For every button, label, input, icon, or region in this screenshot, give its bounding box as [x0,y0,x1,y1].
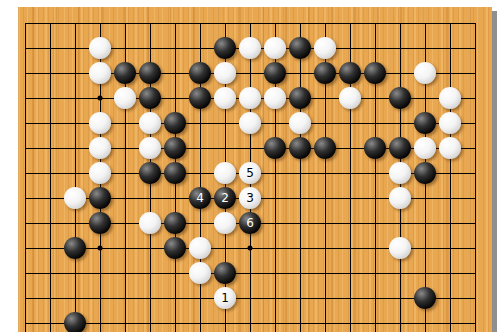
stone-white[interactable] [439,112,461,134]
stone-black[interactable] [164,137,186,159]
grid-line-vertical [25,23,26,332]
stone-white[interactable] [89,37,111,59]
grid-line-vertical [75,23,76,332]
stone-white[interactable] [89,62,111,84]
stone-black[interactable] [314,137,336,159]
stone-white[interactable] [239,87,261,109]
star-point [248,246,253,251]
stone-white[interactable] [189,237,211,259]
stone-black[interactable] [414,287,436,309]
grid-line-horizontal [25,323,476,324]
stone-white[interactable] [64,187,86,209]
stone-white[interactable] [214,162,236,184]
stone-white[interactable] [114,87,136,109]
stone-white[interactable] [214,62,236,84]
stone-white[interactable] [414,62,436,84]
stone-white[interactable] [139,137,161,159]
stone-black-move-2[interactable]: 2 [214,187,236,209]
stone-black-move-6[interactable]: 6 [239,212,261,234]
stone-black[interactable] [264,62,286,84]
stone-black[interactable] [364,62,386,84]
stone-black[interactable] [264,137,286,159]
stone-black[interactable] [89,212,111,234]
stone-white[interactable] [239,112,261,134]
stone-black[interactable] [114,62,136,84]
stone-white[interactable] [89,162,111,184]
stone-white[interactable] [389,237,411,259]
stone-black[interactable] [89,187,111,209]
stone-black[interactable] [64,312,86,332]
stone-white[interactable] [139,112,161,134]
screenshot-root: 542361 [0,0,500,332]
stone-white-move-1[interactable]: 1 [214,287,236,309]
stone-black[interactable] [339,62,361,84]
stone-black[interactable] [389,137,411,159]
stone-white[interactable] [214,212,236,234]
grid-line-vertical [475,23,476,332]
stone-white[interactable] [414,137,436,159]
stone-black[interactable] [364,137,386,159]
grid-line-vertical [450,23,451,332]
grid-line-vertical [50,23,51,332]
stone-black[interactable] [289,137,311,159]
stone-white[interactable] [89,137,111,159]
grid-line-horizontal [25,273,476,274]
grid-line-horizontal [25,23,476,24]
stone-white[interactable] [339,87,361,109]
stone-black[interactable] [414,162,436,184]
stone-white[interactable] [239,37,261,59]
stone-black[interactable] [189,62,211,84]
stone-black[interactable] [289,87,311,109]
stone-black-move-4[interactable]: 4 [189,187,211,209]
stone-white[interactable] [439,137,461,159]
stone-black[interactable] [164,237,186,259]
stone-white[interactable] [89,112,111,134]
go-board[interactable]: 542361 [18,7,492,332]
stone-black[interactable] [289,37,311,59]
stone-white-move-3[interactable]: 3 [239,187,261,209]
stone-white[interactable] [214,87,236,109]
stone-white[interactable] [139,212,161,234]
stone-black[interactable] [164,112,186,134]
stone-black[interactable] [64,237,86,259]
board-right-shadow [492,11,497,332]
stone-white[interactable] [314,37,336,59]
stone-black[interactable] [389,87,411,109]
stone-black[interactable] [139,162,161,184]
stone-white[interactable] [389,162,411,184]
stone-black[interactable] [139,62,161,84]
stone-white[interactable] [264,87,286,109]
stone-white[interactable] [289,112,311,134]
stone-white[interactable] [264,37,286,59]
stone-black[interactable] [164,212,186,234]
stone-white[interactable] [189,262,211,284]
star-point [98,246,103,251]
grid-line-vertical [300,23,301,332]
stone-black[interactable] [189,87,211,109]
grid-line-horizontal [25,298,476,299]
stone-black[interactable] [314,62,336,84]
stone-black[interactable] [214,262,236,284]
stone-black[interactable] [164,162,186,184]
stone-white[interactable] [389,187,411,209]
stone-white[interactable] [439,87,461,109]
star-point [98,96,103,101]
stone-white-move-5[interactable]: 5 [239,162,261,184]
stone-black[interactable] [214,37,236,59]
stone-black[interactable] [139,87,161,109]
stone-black[interactable] [414,112,436,134]
